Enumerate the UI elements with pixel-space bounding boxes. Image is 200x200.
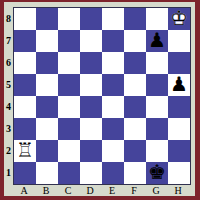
- square-a6[interactable]: [14, 52, 36, 74]
- file-label-h: H: [167, 184, 189, 196]
- file-label-b: B: [35, 184, 57, 196]
- square-h3[interactable]: [168, 118, 190, 140]
- square-c7[interactable]: [58, 30, 80, 52]
- square-h7[interactable]: [168, 30, 190, 52]
- square-g4[interactable]: [146, 96, 168, 118]
- square-e3[interactable]: [102, 118, 124, 140]
- square-e5[interactable]: [102, 74, 124, 96]
- square-g3[interactable]: [146, 118, 168, 140]
- square-g7[interactable]: ♟: [146, 30, 168, 52]
- square-c3[interactable]: [58, 118, 80, 140]
- piece-white-king-fill: ♚: [168, 7, 190, 29]
- square-c5[interactable]: [58, 74, 80, 96]
- square-e4[interactable]: [102, 96, 124, 118]
- square-b3[interactable]: [36, 118, 58, 140]
- square-b2[interactable]: [36, 140, 58, 162]
- square-b1[interactable]: [36, 162, 58, 184]
- piece-white-rook-fill: ♜: [14, 139, 36, 161]
- square-e2[interactable]: [102, 140, 124, 162]
- square-c4[interactable]: [58, 96, 80, 118]
- square-f2[interactable]: [124, 140, 146, 162]
- file-label-f: F: [123, 184, 145, 196]
- square-a1[interactable]: [14, 162, 36, 184]
- square-b8[interactable]: [36, 8, 58, 30]
- file-label-a: A: [13, 184, 35, 196]
- square-f8[interactable]: [124, 8, 146, 30]
- square-a3[interactable]: [14, 118, 36, 140]
- piece-black-king[interactable]: ♚: [146, 161, 168, 183]
- rank-label-7: 7: [4, 29, 13, 51]
- square-e7[interactable]: [102, 30, 124, 52]
- rank-label-2: 2: [4, 139, 13, 161]
- square-h8[interactable]: ♚♔: [168, 8, 190, 30]
- rank-label-5: 5: [4, 73, 13, 95]
- square-c2[interactable]: [58, 140, 80, 162]
- square-c1[interactable]: [58, 162, 80, 184]
- square-e6[interactable]: [102, 52, 124, 74]
- square-b7[interactable]: [36, 30, 58, 52]
- file-label-c: C: [57, 184, 79, 196]
- rank-label-3: 3: [4, 117, 13, 139]
- square-b5[interactable]: [36, 74, 58, 96]
- file-labels: ABCDEFGH: [13, 184, 189, 196]
- piece-black-pawn[interactable]: ♟: [146, 29, 168, 51]
- square-d4[interactable]: [80, 96, 102, 118]
- rank-label-4: 4: [4, 95, 13, 117]
- file-label-d: D: [79, 184, 101, 196]
- square-a4[interactable]: [14, 96, 36, 118]
- square-c8[interactable]: [58, 8, 80, 30]
- square-e1[interactable]: [102, 162, 124, 184]
- square-h1[interactable]: [168, 162, 190, 184]
- rank-labels: 87654321: [4, 7, 13, 183]
- square-d8[interactable]: [80, 8, 102, 30]
- square-d3[interactable]: [80, 118, 102, 140]
- piece-white-rook[interactable]: ♖: [14, 139, 36, 161]
- square-h2[interactable]: [168, 140, 190, 162]
- square-a7[interactable]: [14, 30, 36, 52]
- square-g5[interactable]: [146, 74, 168, 96]
- square-b4[interactable]: [36, 96, 58, 118]
- square-h6[interactable]: [168, 52, 190, 74]
- square-f6[interactable]: [124, 52, 146, 74]
- square-f5[interactable]: [124, 74, 146, 96]
- square-d5[interactable]: [80, 74, 102, 96]
- square-h4[interactable]: [168, 96, 190, 118]
- rank-label-8: 8: [4, 7, 13, 29]
- square-g2[interactable]: [146, 140, 168, 162]
- square-d2[interactable]: [80, 140, 102, 162]
- file-label-e: E: [101, 184, 123, 196]
- square-d7[interactable]: [80, 30, 102, 52]
- file-label-g: G: [145, 184, 167, 196]
- square-g6[interactable]: [146, 52, 168, 74]
- square-a5[interactable]: [14, 74, 36, 96]
- piece-white-king[interactable]: ♔: [168, 7, 190, 29]
- square-g8[interactable]: [146, 8, 168, 30]
- square-e8[interactable]: [102, 8, 124, 30]
- rank-label-6: 6: [4, 51, 13, 73]
- square-a2[interactable]: ♜♖: [14, 140, 36, 162]
- rank-label-1: 1: [4, 161, 13, 183]
- square-h5[interactable]: ♟: [168, 74, 190, 96]
- chess-diagram: 87654321 ♚♔♟♟♜♖♚ ABCDEFGH: [0, 0, 200, 200]
- piece-black-pawn[interactable]: ♟: [168, 73, 190, 95]
- square-a8[interactable]: [14, 8, 36, 30]
- square-d1[interactable]: [80, 162, 102, 184]
- square-f4[interactable]: [124, 96, 146, 118]
- square-b6[interactable]: [36, 52, 58, 74]
- square-d6[interactable]: [80, 52, 102, 74]
- square-g1[interactable]: ♚: [146, 162, 168, 184]
- chess-board: ♚♔♟♟♜♖♚: [13, 7, 191, 185]
- square-c6[interactable]: [58, 52, 80, 74]
- square-f1[interactable]: [124, 162, 146, 184]
- square-f3[interactable]: [124, 118, 146, 140]
- square-f7[interactable]: [124, 30, 146, 52]
